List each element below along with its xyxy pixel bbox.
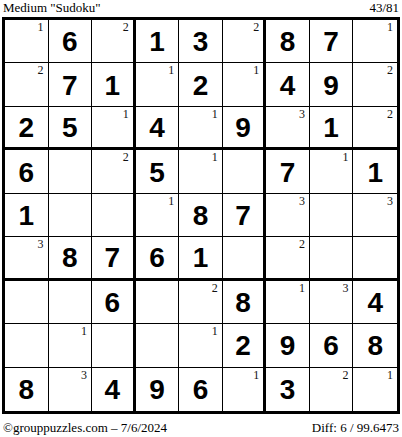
given-digit: 8 (235, 289, 251, 317)
sudoku-cell-r4c6[interactable] (223, 150, 267, 193)
sudoku-cell-r2c5[interactable]: 2 (179, 63, 223, 106)
puzzle-title: Medium "Sudoku" (3, 0, 101, 15)
given-digit: 7 (323, 28, 339, 56)
pencil-mark: 2 (387, 108, 393, 121)
sudoku-cell-r7c9[interactable]: 4 (353, 281, 397, 324)
sudoku-cell-r5c3[interactable] (92, 194, 136, 237)
sudoku-cell-r2c1[interactable]: 2 (5, 63, 49, 106)
sudoku-cell-r5c6[interactable]: 7 (223, 194, 267, 237)
given-digit: 4 (149, 114, 165, 142)
sudoku-cell-r9c4[interactable]: 9 (136, 368, 180, 411)
sudoku-cell-r4c7[interactable]: 7 (266, 150, 310, 193)
pencil-mark: 1 (387, 369, 393, 382)
sudoku-cell-r8c2[interactable]: 1 (49, 324, 93, 367)
page-header: Medium "Sudoku" 43/81 (3, 0, 399, 16)
sudoku-cell-r1c5[interactable]: 3 (179, 20, 223, 63)
pencil-mark: 3 (342, 282, 348, 295)
given-digit: 9 (280, 332, 296, 360)
sudoku-cell-r2c3[interactable]: 1 (92, 63, 136, 106)
sudoku-cell-r4c9[interactable]: 1 (353, 150, 397, 193)
sudoku-cell-r4c3[interactable]: 2 (92, 150, 136, 193)
sudoku-cell-r4c8[interactable]: 1 (310, 150, 354, 193)
sudoku-cell-r2c4[interactable]: 1 (136, 63, 180, 106)
given-digit: 1 (149, 28, 165, 56)
given-digit: 8 (367, 332, 383, 360)
sudoku-cell-r1c3[interactable]: 2 (92, 20, 136, 63)
progress-counter: 43/81 (369, 0, 399, 15)
sudoku-cell-r7c6[interactable]: 8 (223, 281, 267, 324)
given-digit: 5 (149, 159, 165, 187)
given-digit: 1 (193, 244, 209, 272)
pencil-mark: 1 (38, 21, 44, 34)
sudoku-cell-r3c9[interactable]: 2 (353, 107, 397, 150)
sudoku-cell-r9c7[interactable]: 3 (266, 368, 310, 411)
copyright-text: ©grouppuzzles.com – 7/6/2024 (3, 420, 167, 435)
difficulty-text: Diff: 6 / 99.6473 (312, 420, 399, 435)
sudoku-board: 1621328712711214922514193126251711118733… (2, 17, 400, 414)
sudoku-cell-r4c5[interactable]: 1 (179, 150, 223, 193)
sudoku-page: Medium "Sudoku" 43/81 162132871271121492… (0, 0, 402, 437)
sudoku-cell-r2c6[interactable]: 1 (223, 63, 267, 106)
given-digit: 1 (367, 159, 383, 187)
sudoku-cell-r8c9[interactable]: 8 (353, 324, 397, 367)
sudoku-cell-r6c6[interactable] (223, 237, 267, 280)
pencil-mark: 1 (253, 64, 259, 77)
given-digit: 9 (323, 72, 339, 100)
sudoku-cell-r9c1[interactable]: 8 (5, 368, 49, 411)
given-digit: 4 (105, 376, 121, 404)
pencil-mark: 1 (387, 21, 393, 34)
sudoku-cell-r5c1[interactable]: 1 (5, 194, 49, 237)
given-digit: 4 (280, 72, 296, 100)
sudoku-cell-r3c6[interactable]: 9 (223, 107, 267, 150)
sudoku-cell-r2c8[interactable]: 9 (310, 63, 354, 106)
sudoku-cell-r9c5[interactable]: 6 (179, 368, 223, 411)
pencil-mark: 1 (299, 282, 305, 295)
pencil-mark: 1 (81, 325, 87, 338)
sudoku-cell-r4c4[interactable]: 5 (136, 150, 180, 193)
pencil-mark: 1 (253, 369, 259, 382)
pencil-mark: 2 (212, 282, 218, 295)
page-footer: ©grouppuzzles.com – 7/6/2024 Diff: 6 / 9… (3, 419, 399, 435)
given-digit: 6 (323, 332, 339, 360)
sudoku-cell-r1c9[interactable]: 1 (353, 20, 397, 63)
sudoku-cell-r1c1[interactable]: 1 (5, 20, 49, 63)
given-digit: 2 (235, 332, 251, 360)
sudoku-cell-r6c2[interactable]: 8 (49, 237, 93, 280)
sudoku-cell-r1c6[interactable]: 2 (223, 20, 267, 63)
sudoku-cell-r3c7[interactable]: 3 (266, 107, 310, 150)
sudoku-cell-r6c7[interactable]: 2 (266, 237, 310, 280)
sudoku-cell-r9c6[interactable]: 1 (223, 368, 267, 411)
sudoku-cell-r3c4[interactable]: 4 (136, 107, 180, 150)
sudoku-cell-r6c5[interactable]: 1 (179, 237, 223, 280)
pencil-mark: 2 (299, 238, 305, 251)
sudoku-cell-r1c8[interactable]: 7 (310, 20, 354, 63)
sudoku-cell-r9c9[interactable]: 1 (353, 368, 397, 411)
sudoku-cell-r5c4[interactable]: 1 (136, 194, 180, 237)
sudoku-cell-r9c3[interactable]: 4 (92, 368, 136, 411)
sudoku-cell-r9c2[interactable]: 3 (49, 368, 93, 411)
sudoku-cell-r5c8[interactable] (310, 194, 354, 237)
given-digit: 7 (280, 159, 296, 187)
pencil-mark: 3 (299, 108, 305, 121)
sudoku-cell-r8c4[interactable] (136, 324, 180, 367)
sudoku-cell-r7c4[interactable] (136, 281, 180, 324)
sudoku-cell-r4c1[interactable]: 6 (5, 150, 49, 193)
given-digit: 2 (193, 72, 209, 100)
given-digit: 6 (18, 159, 34, 187)
sudoku-cell-r1c4[interactable]: 1 (136, 20, 180, 63)
given-digit: 2 (18, 114, 34, 142)
given-digit: 8 (280, 28, 296, 56)
sudoku-cell-r8c6[interactable]: 2 (223, 324, 267, 367)
given-digit: 9 (149, 376, 165, 404)
sudoku-cell-r6c9[interactable] (353, 237, 397, 280)
sudoku-cell-r3c5[interactable]: 1 (179, 107, 223, 150)
given-digit: 8 (193, 202, 209, 230)
given-digit: 8 (62, 244, 78, 272)
sudoku-cell-r3c2[interactable]: 5 (49, 107, 93, 150)
sudoku-cell-r3c1[interactable]: 2 (5, 107, 49, 150)
sudoku-cell-r6c1[interactable]: 3 (5, 237, 49, 280)
sudoku-cell-r3c8[interactable]: 1 (310, 107, 354, 150)
given-digit: 1 (323, 114, 339, 142)
pencil-mark: 1 (342, 151, 348, 164)
sudoku-cell-r1c7[interactable]: 8 (266, 20, 310, 63)
pencil-mark: 1 (212, 325, 218, 338)
given-digit: 9 (235, 114, 251, 142)
sudoku-cell-r8c1[interactable] (5, 324, 49, 367)
pencil-mark: 1 (212, 108, 218, 121)
sudoku-cell-r6c8[interactable] (310, 237, 354, 280)
sudoku-cell-r4c2[interactable] (49, 150, 93, 193)
given-digit: 7 (105, 244, 121, 272)
pencil-mark: 1 (168, 64, 174, 77)
given-digit: 7 (62, 72, 78, 100)
sudoku-cell-r7c1[interactable] (5, 281, 49, 324)
sudoku-cell-r8c3[interactable] (92, 324, 136, 367)
sudoku-cell-r3c3[interactable]: 1 (92, 107, 136, 150)
given-digit: 6 (62, 28, 78, 56)
pencil-mark: 2 (123, 151, 129, 164)
pencil-mark: 2 (387, 64, 393, 77)
sudoku-cell-r1c2[interactable]: 6 (49, 20, 93, 63)
sudoku-cell-r5c7[interactable]: 3 (266, 194, 310, 237)
pencil-mark: 3 (38, 238, 44, 251)
sudoku-cell-r5c2[interactable] (49, 194, 93, 237)
sudoku-cell-r7c3[interactable]: 6 (92, 281, 136, 324)
given-digit: 1 (105, 72, 121, 100)
given-digit: 7 (235, 202, 251, 230)
pencil-mark: 2 (123, 21, 129, 34)
pencil-mark: 1 (212, 151, 218, 164)
sudoku-cell-r7c5[interactable]: 2 (179, 281, 223, 324)
pencil-mark: 3 (81, 369, 87, 382)
sudoku-cell-r9c8[interactable]: 2 (310, 368, 354, 411)
sudoku-cell-r2c2[interactable]: 7 (49, 63, 93, 106)
given-digit: 6 (149, 244, 165, 272)
given-digit: 3 (280, 376, 296, 404)
given-digit: 8 (18, 376, 34, 404)
given-digit: 4 (367, 289, 383, 317)
given-digit: 3 (193, 28, 209, 56)
sudoku-cell-r5c5[interactable]: 8 (179, 194, 223, 237)
given-digit: 1 (18, 202, 34, 230)
sudoku-cell-r8c5[interactable]: 1 (179, 324, 223, 367)
sudoku-cell-r8c7[interactable]: 9 (266, 324, 310, 367)
given-digit: 6 (193, 376, 209, 404)
sudoku-cell-r5c9[interactable]: 3 (353, 194, 397, 237)
sudoku-cell-r8c8[interactable]: 6 (310, 324, 354, 367)
sudoku-cell-r2c7[interactable]: 4 (266, 63, 310, 106)
sudoku-cell-r6c4[interactable]: 6 (136, 237, 180, 280)
pencil-mark: 1 (123, 108, 129, 121)
sudoku-cell-r7c8[interactable]: 3 (310, 281, 354, 324)
pencil-mark: 2 (38, 64, 44, 77)
sudoku-cell-r6c3[interactable]: 7 (92, 237, 136, 280)
sudoku-cell-r7c2[interactable] (49, 281, 93, 324)
pencil-mark: 3 (387, 195, 393, 208)
given-digit: 6 (105, 289, 121, 317)
sudoku-cell-r7c7[interactable]: 1 (266, 281, 310, 324)
pencil-mark: 1 (168, 195, 174, 208)
given-digit: 5 (62, 114, 78, 142)
sudoku-cell-r2c9[interactable]: 2 (353, 63, 397, 106)
pencil-mark: 3 (299, 195, 305, 208)
pencil-mark: 2 (342, 369, 348, 382)
pencil-mark: 2 (253, 21, 259, 34)
